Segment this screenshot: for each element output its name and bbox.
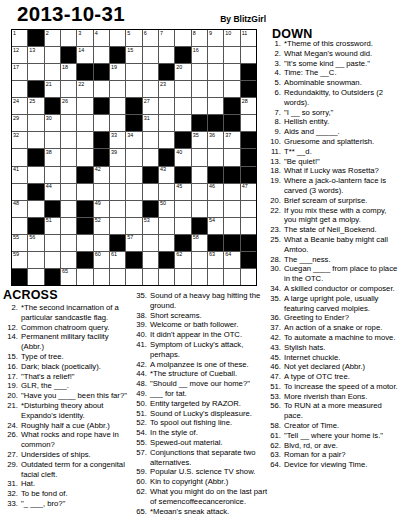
grid-cell[interactable] (143, 64, 158, 80)
grid-cell[interactable]: 54 (208, 218, 223, 234)
grid-cell[interactable]: 19 (110, 64, 125, 80)
grid-cell[interactable]: 39 (110, 149, 125, 165)
across-clue: 21.*Disturbing theory about Expando's id… (3, 401, 131, 421)
grid-cell[interactable]: 28 (241, 98, 256, 114)
clue-text: Brief scream of surprise. (284, 196, 399, 206)
grid-cell[interactable]: 17 (12, 64, 27, 80)
grid-cell[interactable]: 4 (94, 30, 109, 46)
across-clue: 65.*Megan's sneak attack. (132, 507, 269, 514)
grid-cell[interactable]: 13 (28, 47, 43, 63)
cell-number: 36 (209, 132, 215, 139)
clue-number: 40. (132, 330, 150, 340)
grid-cell[interactable]: 47 (241, 184, 256, 200)
grid-cell[interactable] (126, 201, 141, 217)
clue-text: In the style of. (150, 428, 269, 438)
cell-number: 44 (46, 183, 52, 190)
grid-cell[interactable] (175, 269, 190, 285)
down-clue: 2.What Megan's wound did. (266, 49, 399, 59)
cell-number: 14 (78, 47, 84, 54)
grid-cell[interactable]: 53 (143, 218, 158, 234)
black-cell (45, 201, 60, 217)
clue-text: The state of Neil_Boekend. (284, 225, 399, 235)
grid-cell[interactable] (192, 64, 207, 80)
grid-cell[interactable] (208, 81, 223, 97)
clue-number: 13. (266, 157, 284, 167)
grid-cell[interactable] (241, 115, 256, 131)
grid-cell[interactable] (61, 132, 76, 148)
grid-cell[interactable] (77, 98, 92, 114)
clue-text: What if Lucky was Rosetta? (284, 166, 399, 176)
grid-cell[interactable] (175, 218, 190, 234)
grid-cell[interactable] (94, 47, 109, 63)
grid-cell[interactable]: 9 (208, 30, 223, 46)
grid-cell[interactable] (61, 218, 76, 234)
grid-cell[interactable]: 42 (94, 167, 109, 183)
black-cell (241, 149, 256, 165)
grid-cell[interactable] (110, 218, 125, 234)
grid-cell[interactable] (208, 47, 223, 63)
grid-cell[interactable] (175, 115, 190, 131)
clue-text: A skilled conductor or composer. (284, 284, 399, 294)
grid-cell[interactable]: 10 (224, 30, 239, 46)
grid-cell[interactable]: 56 (28, 235, 43, 251)
grid-cell[interactable]: 37 (224, 132, 239, 148)
grid-cell[interactable]: 35 (192, 132, 207, 148)
grid-cell[interactable]: 50 (159, 201, 174, 217)
grid-cell[interactable] (61, 30, 76, 46)
cell-number: 16 (193, 47, 199, 54)
grid-cell[interactable] (224, 269, 239, 285)
cell-number: 56 (29, 234, 35, 241)
across-clue: 48."Should __ move our home?" (132, 379, 269, 389)
grid-cell[interactable] (61, 201, 76, 217)
grid-cell[interactable] (126, 81, 141, 97)
grid-cell[interactable] (143, 235, 158, 251)
grid-cell[interactable] (143, 132, 158, 148)
grid-cell[interactable]: 11 (241, 30, 256, 46)
black-cell (143, 167, 158, 183)
black-cell (28, 184, 43, 200)
cell-number: 20 (176, 64, 182, 71)
cell-number: 22 (78, 81, 84, 88)
grid-cell[interactable] (224, 81, 239, 97)
grid-cell[interactable] (241, 269, 256, 285)
grid-cell[interactable] (192, 201, 207, 217)
grid-cell[interactable]: 2 (45, 30, 60, 46)
grid-cell[interactable] (192, 167, 207, 183)
grid-cell[interactable]: 7 (159, 30, 174, 46)
clue-text: Popular U.S. science TV show. (150, 467, 269, 477)
clue-text: Permanent military facility (Abbr.) (21, 332, 131, 352)
across-clue: 14.Permanent military facility (Abbr.) (3, 332, 131, 352)
black-cell (77, 218, 92, 234)
grid-cell[interactable] (28, 64, 43, 80)
clue-number: 8. (266, 117, 284, 127)
clue-text: Aids and _____. (284, 127, 399, 137)
down-clue: 35.A large upright pole, usually featuri… (266, 294, 399, 314)
byline: By BlitzGirl (0, 14, 266, 24)
grid-cell[interactable] (77, 149, 92, 165)
grid-cell[interactable] (61, 252, 76, 268)
grid-cell[interactable]: 14 (77, 47, 92, 63)
across-clue: 32.To be fond of. (3, 489, 131, 499)
cell-number: 47 (242, 183, 248, 190)
grid-cell[interactable]: 49 (94, 201, 109, 217)
cell-number: 26 (62, 98, 68, 105)
clue-number: 28. (266, 255, 284, 265)
grid-cell[interactable] (224, 149, 239, 165)
grid-cell[interactable] (143, 184, 158, 200)
grid-cell[interactable]: 41 (12, 167, 27, 183)
grid-cell[interactable] (208, 149, 223, 165)
across-clue: 12.Common chatroom query. (3, 323, 131, 333)
grid-cell[interactable]: 21 (45, 81, 60, 97)
grid-cell[interactable]: 12 (12, 47, 27, 63)
grid-cell[interactable] (45, 47, 60, 63)
grid-cell[interactable]: 20 (175, 64, 190, 80)
down-clue: 11.T** __d. (266, 147, 399, 157)
cell-number: 18 (62, 64, 68, 71)
clue-text: Abominable snowman. (284, 78, 399, 88)
grid-cell[interactable]: 23 (159, 81, 174, 97)
black-cell (208, 235, 223, 251)
grid-cell[interactable]: 3 (77, 30, 92, 46)
clue-text: Greeting to Ender? (284, 313, 399, 323)
grid-cell[interactable]: 36 (208, 132, 223, 148)
down-clue: 9.Aids and _____. (266, 127, 399, 137)
grid-cell[interactable]: 51 (45, 218, 60, 234)
grid-cell[interactable] (192, 252, 207, 268)
grid-cell[interactable] (28, 252, 43, 268)
clue-number: 38. (132, 311, 150, 321)
grid-cell[interactable] (175, 201, 190, 217)
grid-cell[interactable]: 40 (175, 149, 190, 165)
cell-number: 52 (95, 217, 101, 224)
down-clue: 23.The state of Neil_Boekend. (266, 225, 399, 235)
grid-cell[interactable]: 18 (61, 64, 76, 80)
grid-cell[interactable] (94, 81, 109, 97)
black-cell (28, 149, 43, 165)
grid-cell[interactable] (77, 269, 92, 285)
grid-cell[interactable] (126, 218, 141, 234)
grid-cell[interactable] (159, 269, 174, 285)
down-clue-list: 1.*Theme of this crossword.2.What Megan'… (266, 39, 399, 470)
grid-cell[interactable] (224, 218, 239, 234)
grid-cell[interactable]: 6 (143, 30, 158, 46)
clue-text: Welcome or bath follower. (150, 320, 269, 330)
grid-cell[interactable] (192, 81, 207, 97)
black-cell (28, 81, 43, 97)
grid-cell[interactable]: 55 (12, 235, 27, 251)
black-cell (224, 235, 239, 251)
grid-cell[interactable] (175, 98, 190, 114)
black-cell (28, 30, 43, 46)
grid-cell[interactable] (28, 115, 43, 131)
grid-cell[interactable]: 38 (45, 149, 60, 165)
grid-cell[interactable] (12, 184, 27, 200)
down-clue: 19.Where a jack-o-lantern face is carved… (266, 176, 399, 196)
grid-cell[interactable] (45, 64, 60, 80)
grid-cell[interactable] (143, 81, 158, 97)
across-clue: 60.Kin to copyright (Abbr.) (132, 477, 269, 487)
black-cell (224, 98, 239, 114)
clue-number: 23. (266, 225, 284, 235)
grid-cell[interactable]: 45 (175, 184, 190, 200)
grid-cell[interactable] (241, 47, 256, 63)
across-clue: 41.Symptom of Lucky's attack, perhaps. (132, 340, 269, 360)
grid-cell[interactable] (28, 132, 43, 148)
down-clue: 28.The ___ness. (266, 255, 399, 265)
grid-cell[interactable] (175, 81, 190, 97)
grid-cell[interactable]: 60 (94, 252, 109, 268)
black-cell (159, 64, 174, 80)
clue-text: Conjunctions that separate two alternati… (150, 448, 269, 468)
grid-cell[interactable] (77, 184, 92, 200)
grid-cell[interactable] (126, 167, 141, 183)
grid-cell[interactable] (143, 252, 158, 268)
down-clue: 13."Be quiet!" (266, 157, 399, 167)
grid-cell[interactable] (159, 98, 174, 114)
grid-cell[interactable]: 25 (28, 98, 43, 114)
grid-cell[interactable] (28, 167, 43, 183)
clue-text: To RUN at a more measured pace. (284, 401, 399, 421)
grid-cell[interactable]: 34 (126, 132, 141, 148)
grid-cell[interactable] (61, 149, 76, 165)
clue-number: 2. (266, 49, 284, 59)
grid-cell[interactable] (175, 30, 190, 46)
clue-number: 31. (3, 479, 21, 489)
grid-cell[interactable] (143, 47, 158, 63)
down-clue: 8.Hellish entity. (266, 117, 399, 127)
clue-text: What Megan's wound did. (284, 49, 399, 59)
cell-number: 63 (209, 251, 215, 258)
grid-cell[interactable] (241, 218, 256, 234)
clue-text: Dark; black (poetically). (21, 362, 131, 372)
grid-cell[interactable] (224, 64, 239, 80)
clue-text: What you might do on the last part of se… (150, 487, 269, 507)
grid-cell[interactable] (77, 115, 92, 131)
grid-cell[interactable]: 65 (61, 269, 76, 285)
grid-cell[interactable] (110, 81, 125, 97)
grid-cell[interactable] (61, 167, 76, 183)
grid-cell[interactable] (208, 64, 223, 80)
grid-cell[interactable] (12, 149, 27, 165)
grid-cell[interactable]: 57 (126, 235, 141, 251)
black-cell (241, 252, 256, 268)
grid-cell[interactable] (94, 184, 109, 200)
clue-text: Entity targeted by RAZOR. (150, 399, 269, 409)
grid-cell[interactable] (94, 235, 109, 251)
grid-cell[interactable]: 52 (94, 218, 109, 234)
clue-number: 51. (132, 409, 150, 419)
clue-text: *The structure of Cueball. (150, 369, 269, 379)
across-clue: 20."Have you ____ been this far?" (3, 391, 131, 401)
grid-cell[interactable]: 43 (159, 167, 174, 183)
clue-text: A molpanzee is one of these. (150, 360, 269, 370)
black-cell (241, 235, 256, 251)
grid-cell[interactable] (77, 132, 92, 148)
clue-number: 65. (132, 507, 150, 514)
crossword-grid: 1234567891011121314151617181920212223242… (11, 29, 257, 286)
grid-cell[interactable]: 5 (126, 30, 141, 46)
down-clue: 47.A type of OTC tree. (266, 372, 399, 382)
grid-cell[interactable]: 48 (12, 201, 27, 217)
cell-number: 30 (46, 115, 52, 122)
grid-cell[interactable] (61, 81, 76, 97)
across-clue: 19.GLR, the ___. (3, 381, 131, 391)
grid-cell[interactable]: 59 (12, 252, 27, 268)
grid-cell[interactable] (94, 269, 109, 285)
grid-cell[interactable]: 31 (143, 115, 158, 131)
grid-cell[interactable] (61, 235, 76, 251)
grid-cell[interactable]: 29 (12, 115, 27, 131)
cell-number: 39 (111, 149, 117, 156)
grid-cell[interactable] (110, 184, 125, 200)
grid-cell[interactable]: 27 (143, 98, 158, 114)
grid-cell[interactable] (208, 201, 223, 217)
grid-cell[interactable] (110, 30, 125, 46)
clue-number: 25. (266, 235, 284, 255)
across-clue: 51.Sound of Lucky's displeasure. (132, 409, 269, 419)
cell-number: 17 (13, 64, 19, 71)
black-cell (77, 201, 92, 217)
grid-cell[interactable]: 33 (110, 132, 125, 148)
grid-cell[interactable]: 26 (61, 98, 76, 114)
black-cell (110, 235, 125, 251)
cell-number: 5 (127, 30, 130, 37)
grid-cell[interactable] (12, 81, 27, 97)
clue-text: Spewed-out material. (150, 438, 269, 448)
clue-text: What a Beanie baby might call Amtoo. (284, 235, 399, 255)
grid-cell[interactable] (192, 98, 207, 114)
cell-number: 37 (225, 132, 231, 139)
grid-cell[interactable]: 8 (192, 30, 207, 46)
clue-number: 62. (132, 487, 150, 507)
grid-cell[interactable] (110, 115, 125, 131)
grid-cell[interactable] (45, 252, 60, 268)
across-clue: 49.___ for tat. (132, 389, 269, 399)
grid-cell[interactable] (77, 235, 92, 251)
grid-cell[interactable]: 24 (12, 98, 27, 114)
across-clue: 39.Welcome or bath follower. (132, 320, 269, 330)
cell-number: 4 (95, 30, 98, 37)
grid-cell[interactable] (61, 115, 76, 131)
grid-cell[interactable]: 46 (208, 184, 223, 200)
clue-number: 9. (266, 127, 284, 137)
grid-cell[interactable] (208, 98, 223, 114)
grid-cell[interactable] (28, 201, 43, 217)
clue-text: The ___ness. (284, 255, 399, 265)
grid-cell[interactable] (94, 115, 109, 131)
grid-cell[interactable] (224, 184, 239, 200)
grid-cell[interactable] (208, 269, 223, 285)
grid-cell[interactable]: 44 (45, 184, 60, 200)
clue-text: Where a jack-o-lantern face is carved (3… (284, 176, 399, 196)
cell-number: 28 (242, 98, 248, 105)
grid-cell[interactable] (159, 115, 174, 131)
black-cell (77, 252, 92, 268)
grid-cell[interactable] (61, 184, 76, 200)
across-header: ACROSS (3, 288, 58, 302)
grid-cell[interactable]: 32 (12, 132, 27, 148)
grid-cell[interactable] (126, 184, 141, 200)
grid-cell[interactable]: 63 (208, 252, 223, 268)
grid-cell[interactable] (126, 269, 141, 285)
cell-number: 1 (13, 30, 16, 37)
grid-cell[interactable] (110, 167, 125, 183)
grid-cell[interactable] (126, 149, 141, 165)
grid-cell[interactable] (159, 235, 174, 251)
grid-cell[interactable] (45, 235, 60, 251)
black-cell (241, 64, 256, 80)
black-cell (192, 115, 207, 131)
grid-cell[interactable] (224, 47, 239, 63)
cell-number: 8 (193, 30, 196, 37)
grid-cell[interactable]: 16 (192, 47, 207, 63)
clue-number: 30. (266, 264, 284, 284)
clue-number: 49. (132, 389, 150, 399)
grid-cell[interactable]: 58 (192, 235, 207, 251)
grid-cell[interactable] (126, 64, 141, 80)
grid-cell[interactable] (159, 184, 174, 200)
grid-cell[interactable]: 62 (175, 252, 190, 268)
grid-cell[interactable]: 15 (126, 47, 141, 63)
grid-cell[interactable]: 61 (110, 252, 125, 268)
grid-cell[interactable] (110, 201, 125, 217)
cell-number: 11 (242, 30, 248, 37)
clue-text: Hat. (21, 479, 131, 489)
grid-cell[interactable]: 30 (45, 115, 60, 131)
grid-cell[interactable] (110, 269, 125, 285)
down-clue: 10.Gruesome and splatterish. (266, 137, 399, 147)
across-clue: 17."That's a relief!" (3, 372, 131, 382)
grid-cell[interactable]: 22 (77, 81, 92, 97)
grid-cell[interactable] (12, 218, 27, 234)
grid-cell[interactable] (241, 201, 256, 217)
grid-cell[interactable] (28, 269, 43, 285)
grid-cell[interactable] (143, 149, 158, 165)
clue-number: 35. (132, 291, 150, 311)
clue-text: "Have you ____ been this far?" (21, 391, 131, 401)
across-clue: 57.Conjunctions that separate two altern… (132, 448, 269, 468)
crossword-page: 2013-10-31 By BlitzGirl 1234567891011121… (0, 0, 400, 514)
grid-cell[interactable] (192, 184, 207, 200)
grid-cell[interactable] (45, 132, 60, 148)
black-cell (224, 167, 239, 183)
cell-number: 38 (46, 149, 52, 156)
grid-cell[interactable] (224, 201, 239, 217)
grid-cell[interactable] (110, 98, 125, 114)
cell-number: 31 (144, 115, 150, 122)
grid-cell[interactable] (192, 149, 207, 165)
grid-cell[interactable]: 1 (12, 30, 27, 46)
grid-cell[interactable] (143, 269, 158, 285)
across-clue: 29.Outdated term for a congenital facial… (3, 460, 131, 480)
cell-number: 62 (176, 251, 182, 258)
grid-cell[interactable] (45, 167, 60, 183)
grid-cell[interactable] (192, 269, 207, 285)
clue-number: 2. (3, 303, 21, 323)
grid-cell[interactable]: 64 (224, 252, 239, 268)
clue-text: "I __ so sorry," (284, 108, 399, 118)
grid-cell[interactable] (159, 47, 174, 63)
clue-text: Creator of Time. (284, 421, 399, 431)
grid-cell[interactable] (159, 218, 174, 234)
down-clue: 46.Not yet declared (Abbr.) (266, 362, 399, 372)
black-cell (77, 167, 92, 183)
grid-cell[interactable] (159, 132, 174, 148)
black-cell (45, 98, 60, 114)
